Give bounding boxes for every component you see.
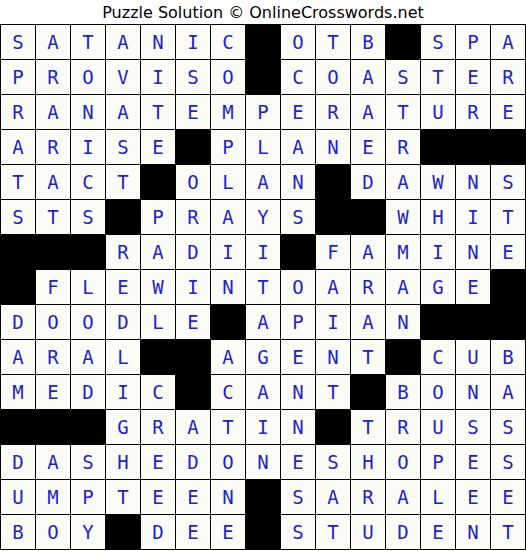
letter-cell: T	[246, 270, 280, 304]
letter-cell: I	[141, 60, 175, 94]
letter-cell: S	[281, 480, 315, 514]
block-cell	[456, 305, 490, 339]
letter-cell: N	[456, 235, 490, 269]
letter-cell: T	[316, 515, 350, 549]
letter-cell: S	[71, 445, 105, 479]
letter-cell: D	[386, 515, 420, 549]
block-cell	[421, 305, 455, 339]
letter-cell: F	[316, 235, 350, 269]
letter-cell: G	[421, 270, 455, 304]
letter-cell: E	[176, 95, 210, 129]
letter-cell: N	[246, 445, 280, 479]
letter-cell: M	[36, 480, 70, 514]
letter-cell: O	[281, 270, 315, 304]
letter-cell: R	[351, 270, 385, 304]
letter-cell: E	[421, 515, 455, 549]
letter-cell: T	[211, 410, 245, 444]
letter-cell: P	[1, 60, 35, 94]
letter-cell: R	[141, 410, 175, 444]
letter-cell: M	[211, 95, 245, 129]
letter-cell: E	[141, 445, 175, 479]
letter-cell: T	[106, 165, 140, 199]
letter-cell: N	[456, 375, 490, 409]
letter-cell: U	[421, 95, 455, 129]
block-cell	[246, 515, 280, 549]
letter-cell: E	[491, 480, 525, 514]
letter-cell: S	[1, 200, 35, 234]
letter-cell: A	[351, 235, 385, 269]
letter-cell: A	[351, 305, 385, 339]
letter-cell: A	[351, 60, 385, 94]
letter-cell: D	[71, 375, 105, 409]
letter-cell: G	[106, 410, 140, 444]
letter-cell: E	[281, 95, 315, 129]
letter-cell: N	[456, 165, 490, 199]
letter-cell: A	[211, 200, 245, 234]
letter-cell: M	[386, 235, 420, 269]
letter-cell: I	[421, 235, 455, 269]
letter-cell: R	[456, 95, 490, 129]
letter-cell: C	[211, 375, 245, 409]
letter-cell: A	[71, 340, 105, 374]
letter-cell: T	[36, 200, 70, 234]
letter-cell: E	[456, 270, 490, 304]
letter-cell: H	[106, 445, 140, 479]
letter-cell: N	[281, 410, 315, 444]
letter-cell: I	[211, 235, 245, 269]
letter-cell: S	[386, 60, 420, 94]
letter-cell: O	[71, 60, 105, 94]
letter-cell: N	[71, 95, 105, 129]
letter-cell: T	[316, 25, 350, 59]
letter-cell: D	[1, 305, 35, 339]
letter-cell: O	[386, 445, 420, 479]
letter-cell: N	[456, 515, 490, 549]
letter-cell: T	[491, 200, 525, 234]
letter-cell: T	[141, 95, 175, 129]
block-cell	[36, 410, 70, 444]
letter-cell: I	[106, 375, 140, 409]
block-cell	[141, 340, 175, 374]
letter-cell: S	[491, 165, 525, 199]
letter-cell: H	[421, 200, 455, 234]
letter-cell: E	[141, 480, 175, 514]
letter-cell: E	[211, 515, 245, 549]
letter-cell: A	[316, 480, 350, 514]
letter-cell: B	[351, 25, 385, 59]
letter-cell: A	[36, 165, 70, 199]
block-cell	[281, 235, 315, 269]
letter-cell: W	[421, 165, 455, 199]
letter-cell: S	[71, 200, 105, 234]
letter-cell: D	[176, 235, 210, 269]
letter-cell: A	[491, 25, 525, 59]
letter-cell: O	[36, 305, 70, 339]
letter-cell: P	[71, 480, 105, 514]
letter-cell: Y	[71, 515, 105, 549]
letter-cell: P	[141, 200, 175, 234]
letter-cell: A	[106, 95, 140, 129]
letter-cell: T	[421, 60, 455, 94]
block-cell	[246, 60, 280, 94]
letter-cell: C	[281, 60, 315, 94]
letter-cell: S	[456, 410, 490, 444]
letter-cell: E	[456, 445, 490, 479]
letter-cell: H	[351, 445, 385, 479]
letter-cell: A	[246, 305, 280, 339]
letter-cell: R	[386, 410, 420, 444]
crossword-grid: SATANICOTBSPAPROVISOCOASTERRANATEMPERATU…	[0, 24, 526, 550]
block-cell	[316, 165, 350, 199]
letter-cell: E	[141, 130, 175, 164]
letter-cell: T	[316, 375, 350, 409]
letter-cell: P	[281, 305, 315, 339]
letter-cell: N	[141, 25, 175, 59]
letter-cell: E	[456, 480, 490, 514]
letter-cell: R	[316, 95, 350, 129]
letter-cell: A	[211, 340, 245, 374]
letter-cell: C	[421, 340, 455, 374]
letter-cell: G	[246, 340, 280, 374]
letter-cell: C	[141, 375, 175, 409]
letter-cell: V	[106, 60, 140, 94]
letter-cell: L	[246, 130, 280, 164]
letter-cell: O	[176, 165, 210, 199]
letter-cell: A	[36, 25, 70, 59]
block-cell	[176, 375, 210, 409]
letter-cell: T	[71, 25, 105, 59]
block-cell	[176, 130, 210, 164]
letter-cell: L	[421, 480, 455, 514]
letter-cell: U	[351, 515, 385, 549]
letter-cell: N	[211, 270, 245, 304]
letter-cell: S	[421, 25, 455, 59]
letter-cell: B	[386, 375, 420, 409]
block-cell	[316, 200, 350, 234]
block-cell	[71, 235, 105, 269]
block-cell	[141, 165, 175, 199]
block-cell	[386, 25, 420, 59]
letter-cell: E	[281, 340, 315, 374]
letter-cell: I	[456, 200, 490, 234]
letter-cell: T	[351, 410, 385, 444]
letter-cell: A	[351, 95, 385, 129]
letter-cell: I	[71, 130, 105, 164]
letter-cell: P	[246, 95, 280, 129]
letter-cell: T	[106, 480, 140, 514]
letter-cell: Y	[246, 200, 280, 234]
letter-cell: A	[36, 95, 70, 129]
letter-cell: I	[246, 235, 280, 269]
letter-cell: A	[246, 375, 280, 409]
letter-cell: N	[316, 130, 350, 164]
letter-cell: A	[386, 165, 420, 199]
letter-cell: U	[421, 410, 455, 444]
letter-cell: A	[1, 340, 35, 374]
letter-cell: S	[491, 410, 525, 444]
letter-cell: L	[211, 165, 245, 199]
letter-cell: A	[246, 165, 280, 199]
letter-cell: R	[106, 235, 140, 269]
letter-cell: R	[386, 130, 420, 164]
block-cell	[491, 270, 525, 304]
letter-cell: O	[71, 305, 105, 339]
block-cell	[1, 270, 35, 304]
letter-cell: E	[106, 270, 140, 304]
letter-cell: N	[386, 305, 420, 339]
letter-cell: S	[316, 445, 350, 479]
letter-cell: N	[281, 375, 315, 409]
block-cell	[316, 410, 350, 444]
block-cell	[1, 235, 35, 269]
letter-cell: E	[351, 130, 385, 164]
letter-cell: P	[211, 130, 245, 164]
letter-cell: A	[1, 130, 35, 164]
letter-cell: I	[176, 270, 210, 304]
block-cell	[351, 200, 385, 234]
letter-cell: R	[351, 480, 385, 514]
letter-cell: E	[456, 60, 490, 94]
letter-cell: D	[106, 305, 140, 339]
letter-cell: D	[141, 515, 175, 549]
letter-cell: O	[421, 375, 455, 409]
letter-cell: R	[1, 95, 35, 129]
letter-cell: F	[36, 270, 70, 304]
letter-cell: D	[351, 165, 385, 199]
letter-cell: W	[386, 200, 420, 234]
page-title: Puzzle Solution © OnlineCrosswords.net	[0, 0, 526, 24]
letter-cell: B	[491, 340, 525, 374]
letter-cell: I	[246, 410, 280, 444]
letter-cell: E	[176, 305, 210, 339]
letter-cell: C	[211, 25, 245, 59]
letter-cell: I	[176, 25, 210, 59]
letter-cell: E	[36, 375, 70, 409]
letter-cell: S	[491, 445, 525, 479]
letter-cell: R	[36, 60, 70, 94]
letter-cell: O	[281, 25, 315, 59]
block-cell	[386, 340, 420, 374]
letter-cell: R	[491, 60, 525, 94]
letter-cell: S	[1, 25, 35, 59]
letter-cell: D	[176, 445, 210, 479]
block-cell	[246, 25, 280, 59]
letter-cell: O	[316, 60, 350, 94]
letter-cell: R	[36, 130, 70, 164]
letter-cell: L	[141, 305, 175, 339]
letter-cell: T	[1, 165, 35, 199]
letter-cell: A	[176, 410, 210, 444]
block-cell	[491, 305, 525, 339]
letter-cell: L	[71, 270, 105, 304]
letter-cell: A	[386, 270, 420, 304]
block-cell	[351, 375, 385, 409]
block-cell	[106, 200, 140, 234]
block-cell	[421, 130, 455, 164]
letter-cell: A	[386, 480, 420, 514]
letter-cell: M	[1, 375, 35, 409]
block-cell	[36, 235, 70, 269]
letter-cell: S	[176, 60, 210, 94]
block-cell	[456, 130, 490, 164]
letter-cell: B	[1, 515, 35, 549]
letter-cell: E	[491, 95, 525, 129]
letter-cell: D	[1, 445, 35, 479]
letter-cell: E	[281, 445, 315, 479]
letter-cell: S	[281, 515, 315, 549]
letter-cell: W	[141, 270, 175, 304]
block-cell	[491, 130, 525, 164]
letter-cell: T	[491, 515, 525, 549]
letter-cell: A	[141, 235, 175, 269]
letter-cell: C	[71, 165, 105, 199]
letter-cell: A	[106, 25, 140, 59]
letter-cell: A	[281, 130, 315, 164]
letter-cell: R	[36, 340, 70, 374]
letter-cell: E	[491, 235, 525, 269]
letter-cell: E	[176, 480, 210, 514]
letter-cell: S	[106, 130, 140, 164]
letter-cell: I	[316, 305, 350, 339]
letter-cell: O	[36, 515, 70, 549]
letter-cell: O	[211, 60, 245, 94]
block-cell	[176, 340, 210, 374]
letter-cell: P	[456, 25, 490, 59]
letter-cell: N	[211, 480, 245, 514]
letter-cell: N	[316, 340, 350, 374]
letter-cell: L	[106, 340, 140, 374]
letter-cell: A	[316, 270, 350, 304]
letter-cell: T	[386, 95, 420, 129]
letter-cell: A	[36, 445, 70, 479]
block-cell	[211, 305, 245, 339]
letter-cell: E	[176, 515, 210, 549]
letter-cell: T	[351, 340, 385, 374]
letter-cell: U	[1, 480, 35, 514]
letter-cell: P	[421, 445, 455, 479]
block-cell	[1, 410, 35, 444]
letter-cell: A	[491, 375, 525, 409]
letter-cell: N	[281, 165, 315, 199]
letter-cell: R	[176, 200, 210, 234]
letter-cell: O	[211, 445, 245, 479]
letter-cell: U	[456, 340, 490, 374]
block-cell	[246, 480, 280, 514]
block-cell	[71, 410, 105, 444]
block-cell	[106, 515, 140, 549]
letter-cell: S	[281, 200, 315, 234]
